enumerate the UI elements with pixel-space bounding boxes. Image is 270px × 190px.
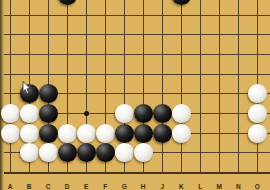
grid-line-col-M: [219, 0, 220, 174]
coord-label-M: M: [212, 183, 226, 190]
coord-label-L: L: [193, 183, 207, 190]
stone-black-J4: [153, 104, 172, 123]
coord-label-N: N: [231, 183, 245, 190]
grid-line-col-L: [200, 0, 201, 174]
stone-white-E3: [77, 124, 96, 143]
board-left-edge-shadow: [0, 0, 4, 190]
stone-white-B4: [20, 104, 39, 123]
stone-black-E2: [77, 143, 96, 162]
stone-white-C2: [39, 143, 58, 162]
grid-line-col-A: [10, 0, 11, 174]
grid-line-col-K: [181, 0, 182, 174]
stone-black-H3: [134, 124, 153, 143]
go-board[interactable]: ABCDEFGHJKLMNO: [0, 0, 270, 190]
stone-black-C5: [39, 84, 58, 103]
coord-label-F: F: [98, 183, 112, 190]
stone-white-K3: [172, 124, 191, 143]
stone-white-G4: [115, 104, 134, 123]
stone-black-G3: [115, 124, 134, 143]
stone-white-O5: [248, 84, 267, 103]
grid-line-col-J: [162, 0, 163, 174]
board-bottom-edge-line: [4, 172, 270, 174]
stone-white-F3: [96, 124, 115, 143]
stone-white-A3: [1, 124, 20, 143]
coord-label-C: C: [41, 183, 55, 190]
stone-black-D10: [58, 0, 77, 5]
stone-white-G2: [115, 143, 134, 162]
coord-label-E: E: [79, 183, 93, 190]
stone-white-D3: [58, 124, 77, 143]
stone-black-D2: [58, 143, 77, 162]
stone-black-F2: [96, 143, 115, 162]
coord-label-G: G: [117, 183, 131, 190]
coord-label-B: B: [22, 183, 36, 190]
grid-line-row-8: [4, 34, 270, 35]
stone-black-J3: [153, 124, 172, 143]
coord-label-O: O: [250, 183, 264, 190]
coord-label-H: H: [136, 183, 150, 190]
stone-white-K4: [172, 104, 191, 123]
stone-white-O4: [248, 104, 267, 123]
coord-label-K: K: [174, 183, 188, 190]
grid-line-row-6: [4, 74, 270, 75]
grid-line-col-N: [238, 0, 239, 174]
stone-black-H4: [134, 104, 153, 123]
coord-label-J: J: [155, 183, 169, 190]
stone-white-O3: [248, 124, 267, 143]
go-app-screenshot: ABCDEFGHJKLMNO: [0, 0, 270, 190]
marker-dot-E4: [84, 111, 89, 116]
grid-line-row-9: [4, 15, 270, 16]
stone-white-A4: [1, 104, 20, 123]
stone-white-H2: [134, 143, 153, 162]
stone-white-B2: [20, 143, 39, 162]
mouse-cursor: [22, 81, 32, 99]
stone-white-B3: [20, 124, 39, 143]
coord-label-D: D: [60, 183, 74, 190]
stone-black-K10: [172, 0, 191, 5]
stone-black-C4: [39, 104, 58, 123]
stone-black-C3: [39, 124, 58, 143]
coord-label-A: A: [3, 183, 17, 190]
grid-line-row-7: [4, 54, 270, 55]
